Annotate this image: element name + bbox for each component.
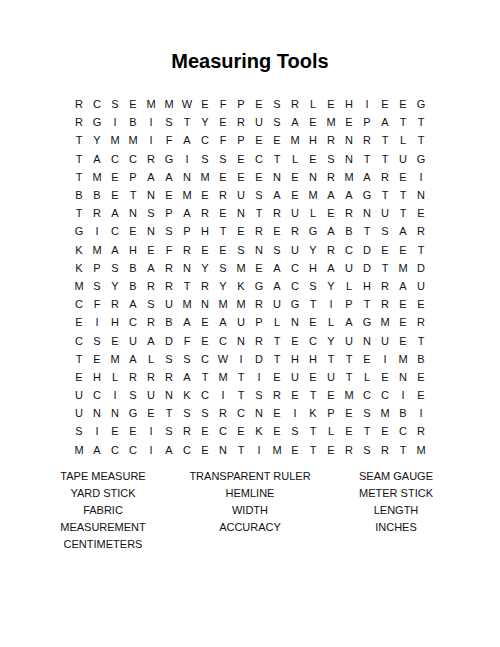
grid-cell-r17c20[interactable]: E — [412, 386, 430, 404]
grid-cell-r20c11[interactable]: I — [250, 441, 268, 459]
grid-cell-r14c10[interactable]: N — [232, 331, 250, 349]
grid-cell-r17c17[interactable]: C — [358, 386, 376, 404]
grid-cell-r15c15[interactable]: T — [322, 350, 340, 368]
grid-cell-r11c6[interactable]: R — [160, 277, 178, 295]
grid-cell-r19c16[interactable]: E — [340, 422, 358, 440]
grid-cell-r5c10[interactable]: E — [232, 168, 250, 186]
grid-cell-r11c10[interactable]: K — [232, 277, 250, 295]
grid-cell-r4c10[interactable]: E — [232, 150, 250, 168]
grid-cell-r4c7[interactable]: I — [178, 150, 196, 168]
grid-cell-r16c10[interactable]: T — [232, 368, 250, 386]
grid-cell-r3c13[interactable]: M — [286, 131, 304, 149]
grid-cell-r19c12[interactable]: E — [268, 422, 286, 440]
grid-cell-r20c9[interactable]: N — [214, 441, 232, 459]
grid-cell-r11c17[interactable]: H — [358, 277, 376, 295]
grid-cell-r5c6[interactable]: A — [160, 168, 178, 186]
grid-cell-r7c10[interactable]: N — [232, 204, 250, 222]
grid-cell-r13c11[interactable]: P — [250, 313, 268, 331]
grid-cell-r2c10[interactable]: R — [232, 113, 250, 131]
grid-cell-r12c1[interactable]: C — [70, 295, 88, 313]
grid-cell-r12c5[interactable]: S — [142, 295, 160, 313]
grid-cell-r14c11[interactable]: R — [250, 331, 268, 349]
grid-cell-r3c5[interactable]: I — [142, 131, 160, 149]
grid-cell-r18c19[interactable]: B — [394, 404, 412, 422]
grid-cell-r9c8[interactable]: E — [196, 241, 214, 259]
grid-cell-r13c18[interactable]: M — [376, 313, 394, 331]
grid-cell-r8c2[interactable]: I — [88, 222, 106, 240]
grid-cell-r14c4[interactable]: U — [124, 331, 142, 349]
grid-cell-r2c13[interactable]: A — [286, 113, 304, 131]
grid-cell-r6c9[interactable]: R — [214, 186, 232, 204]
grid-cell-r1c20[interactable]: G — [412, 95, 430, 113]
grid-cell-r1c10[interactable]: P — [232, 95, 250, 113]
grid-cell-r5c7[interactable]: N — [178, 168, 196, 186]
grid-cell-r19c1[interactable]: S — [70, 422, 88, 440]
grid-cell-r12c13[interactable]: G — [286, 295, 304, 313]
grid-cell-r15c6[interactable]: S — [160, 350, 178, 368]
grid-cell-r13c5[interactable]: R — [142, 313, 160, 331]
grid-cell-r1c1[interactable]: R — [70, 95, 88, 113]
grid-cell-r2c18[interactable]: A — [376, 113, 394, 131]
grid-cell-r2c20[interactable]: T — [412, 113, 430, 131]
grid-cell-r13c4[interactable]: C — [124, 313, 142, 331]
grid-cell-r5c13[interactable]: E — [286, 168, 304, 186]
grid-cell-r12c12[interactable]: U — [268, 295, 286, 313]
grid-cell-r6c13[interactable]: E — [286, 186, 304, 204]
grid-cell-r8c15[interactable]: A — [322, 222, 340, 240]
grid-cell-r18c1[interactable]: U — [70, 404, 88, 422]
grid-cell-r6c6[interactable]: E — [160, 186, 178, 204]
grid-cell-r1c12[interactable]: S — [268, 95, 286, 113]
grid-cell-r17c16[interactable]: M — [340, 386, 358, 404]
grid-cell-r10c18[interactable]: T — [376, 259, 394, 277]
grid-cell-r2c15[interactable]: M — [322, 113, 340, 131]
grid-cell-r17c15[interactable]: E — [322, 386, 340, 404]
grid-cell-r8c20[interactable]: R — [412, 222, 430, 240]
grid-cell-r18c11[interactable]: N — [250, 404, 268, 422]
grid-cell-r3c7[interactable]: A — [178, 131, 196, 149]
grid-cell-r7c15[interactable]: E — [322, 204, 340, 222]
grid-cell-r11c13[interactable]: C — [286, 277, 304, 295]
grid-cell-r19c17[interactable]: T — [358, 422, 376, 440]
grid-cell-r13c15[interactable]: L — [322, 313, 340, 331]
grid-cell-r19c9[interactable]: C — [214, 422, 232, 440]
grid-cell-r2c19[interactable]: T — [394, 113, 412, 131]
grid-cell-r4c20[interactable]: G — [412, 150, 430, 168]
grid-cell-r20c13[interactable]: E — [286, 441, 304, 459]
grid-cell-r1c5[interactable]: M — [142, 95, 160, 113]
grid-cell-r17c6[interactable]: N — [160, 386, 178, 404]
grid-cell-r1c11[interactable]: E — [250, 95, 268, 113]
grid-cell-r7c1[interactable]: T — [70, 204, 88, 222]
grid-cell-r1c3[interactable]: S — [106, 95, 124, 113]
grid-cell-r7c11[interactable]: T — [250, 204, 268, 222]
grid-cell-r18c6[interactable]: T — [160, 404, 178, 422]
grid-cell-r18c15[interactable]: P — [322, 404, 340, 422]
grid-cell-r8c6[interactable]: S — [160, 222, 178, 240]
grid-cell-r18c5[interactable]: E — [142, 404, 160, 422]
grid-cell-r7c16[interactable]: R — [340, 204, 358, 222]
grid-cell-r20c5[interactable]: I — [142, 441, 160, 459]
grid-cell-r5c16[interactable]: M — [340, 168, 358, 186]
grid-cell-r20c14[interactable]: T — [304, 441, 322, 459]
grid-cell-r3c4[interactable]: M — [124, 131, 142, 149]
grid-cell-r13c8[interactable]: E — [196, 313, 214, 331]
grid-cell-r9c5[interactable]: E — [142, 241, 160, 259]
grid-cell-r2c6[interactable]: S — [160, 113, 178, 131]
grid-cell-r12c18[interactable]: R — [376, 295, 394, 313]
grid-cell-r14c14[interactable]: C — [304, 331, 322, 349]
grid-cell-r13c10[interactable]: U — [232, 313, 250, 331]
grid-cell-r13c2[interactable]: I — [88, 313, 106, 331]
grid-cell-r11c12[interactable]: A — [268, 277, 286, 295]
grid-cell-r16c3[interactable]: L — [106, 368, 124, 386]
grid-cell-r4c18[interactable]: T — [376, 150, 394, 168]
grid-cell-r15c3[interactable]: M — [106, 350, 124, 368]
grid-cell-r17c9[interactable]: I — [214, 386, 232, 404]
grid-cell-r13c14[interactable]: E — [304, 313, 322, 331]
grid-cell-r9c6[interactable]: F — [160, 241, 178, 259]
grid-cell-r3c16[interactable]: N — [340, 131, 358, 149]
grid-cell-r3c14[interactable]: H — [304, 131, 322, 149]
grid-cell-r17c11[interactable]: S — [250, 386, 268, 404]
grid-cell-r18c20[interactable]: I — [412, 404, 430, 422]
grid-cell-r2c12[interactable]: S — [268, 113, 286, 131]
grid-cell-r5c9[interactable]: E — [214, 168, 232, 186]
grid-cell-r3c9[interactable]: F — [214, 131, 232, 149]
grid-cell-r15c7[interactable]: S — [178, 350, 196, 368]
grid-cell-r14c5[interactable]: A — [142, 331, 160, 349]
grid-cell-r6c20[interactable]: N — [412, 186, 430, 204]
grid-cell-r9c9[interactable]: E — [214, 241, 232, 259]
grid-cell-r1c14[interactable]: L — [304, 95, 322, 113]
grid-cell-r12c6[interactable]: U — [160, 295, 178, 313]
grid-cell-r12c10[interactable]: M — [232, 295, 250, 313]
grid-cell-r5c2[interactable]: M — [88, 168, 106, 186]
grid-cell-r14c12[interactable]: T — [268, 331, 286, 349]
grid-cell-r9c16[interactable]: C — [340, 241, 358, 259]
grid-cell-r10c12[interactable]: A — [268, 259, 286, 277]
grid-cell-r10c8[interactable]: Y — [196, 259, 214, 277]
grid-cell-r4c4[interactable]: C — [124, 150, 142, 168]
grid-cell-r19c4[interactable]: E — [124, 422, 142, 440]
grid-cell-r12c17[interactable]: T — [358, 295, 376, 313]
grid-cell-r12c11[interactable]: R — [250, 295, 268, 313]
grid-cell-r19c15[interactable]: L — [322, 422, 340, 440]
grid-cell-r9c2[interactable]: M — [88, 241, 106, 259]
grid-cell-r10c4[interactable]: B — [124, 259, 142, 277]
grid-cell-r13c16[interactable]: A — [340, 313, 358, 331]
grid-cell-r4c17[interactable]: T — [358, 150, 376, 168]
grid-cell-r4c1[interactable]: T — [70, 150, 88, 168]
grid-cell-r11c11[interactable]: G — [250, 277, 268, 295]
grid-cell-r7c14[interactable]: L — [304, 204, 322, 222]
grid-cell-r14c6[interactable]: D — [160, 331, 178, 349]
grid-cell-r10c7[interactable]: N — [178, 259, 196, 277]
grid-cell-r19c18[interactable]: E — [376, 422, 394, 440]
grid-cell-r13c7[interactable]: A — [178, 313, 196, 331]
grid-cell-r14c17[interactable]: N — [358, 331, 376, 349]
grid-cell-r4c14[interactable]: E — [304, 150, 322, 168]
grid-cell-r17c3[interactable]: I — [106, 386, 124, 404]
grid-cell-r20c20[interactable]: M — [412, 441, 430, 459]
grid-cell-r1c4[interactable]: E — [124, 95, 142, 113]
grid-cell-r6c10[interactable]: U — [232, 186, 250, 204]
grid-cell-r14c7[interactable]: F — [178, 331, 196, 349]
grid-cell-r11c16[interactable]: L — [340, 277, 358, 295]
grid-cell-r3c19[interactable]: L — [394, 131, 412, 149]
grid-cell-r18c14[interactable]: K — [304, 404, 322, 422]
grid-cell-r13c19[interactable]: E — [394, 313, 412, 331]
grid-cell-r10c2[interactable]: P — [88, 259, 106, 277]
grid-cell-r18c17[interactable]: S — [358, 404, 376, 422]
grid-cell-r17c14[interactable]: T — [304, 386, 322, 404]
grid-cell-r5c11[interactable]: E — [250, 168, 268, 186]
grid-cell-r2c16[interactable]: E — [340, 113, 358, 131]
grid-cell-r4c5[interactable]: R — [142, 150, 160, 168]
grid-cell-r6c11[interactable]: S — [250, 186, 268, 204]
grid-cell-r15c12[interactable]: T — [268, 350, 286, 368]
grid-cell-r9c14[interactable]: Y — [304, 241, 322, 259]
grid-cell-r16c13[interactable]: U — [286, 368, 304, 386]
grid-cell-r8c8[interactable]: H — [196, 222, 214, 240]
grid-cell-r15c1[interactable]: T — [70, 350, 88, 368]
grid-cell-r7c4[interactable]: N — [124, 204, 142, 222]
grid-cell-r9c18[interactable]: E — [376, 241, 394, 259]
grid-cell-r7c13[interactable]: U — [286, 204, 304, 222]
grid-cell-r16c5[interactable]: R — [142, 368, 160, 386]
grid-cell-r11c7[interactable]: T — [178, 277, 196, 295]
grid-cell-r20c19[interactable]: T — [394, 441, 412, 459]
grid-cell-r16c1[interactable]: E — [70, 368, 88, 386]
grid-cell-r18c16[interactable]: E — [340, 404, 358, 422]
grid-cell-r9c19[interactable]: E — [394, 241, 412, 259]
grid-cell-r13c1[interactable]: E — [70, 313, 88, 331]
grid-cell-r7c2[interactable]: R — [88, 204, 106, 222]
grid-cell-r7c12[interactable]: R — [268, 204, 286, 222]
grid-cell-r15c18[interactable]: I — [376, 350, 394, 368]
grid-cell-r20c12[interactable]: M — [268, 441, 286, 459]
grid-cell-r8c12[interactable]: E — [268, 222, 286, 240]
grid-cell-r9c1[interactable]: K — [70, 241, 88, 259]
grid-cell-r6c19[interactable]: T — [394, 186, 412, 204]
grid-cell-r6c17[interactable]: G — [358, 186, 376, 204]
grid-cell-r8c3[interactable]: C — [106, 222, 124, 240]
grid-cell-r14c13[interactable]: E — [286, 331, 304, 349]
grid-cell-r20c10[interactable]: T — [232, 441, 250, 459]
grid-cell-r10c10[interactable]: M — [232, 259, 250, 277]
grid-cell-r15c9[interactable]: W — [214, 350, 232, 368]
grid-cell-r1c17[interactable]: I — [358, 95, 376, 113]
grid-cell-r11c3[interactable]: Y — [106, 277, 124, 295]
grid-cell-r4c16[interactable]: N — [340, 150, 358, 168]
grid-cell-r5c3[interactable]: E — [106, 168, 124, 186]
grid-cell-r8c13[interactable]: R — [286, 222, 304, 240]
grid-cell-r15c20[interactable]: B — [412, 350, 430, 368]
grid-cell-r4c11[interactable]: C — [250, 150, 268, 168]
grid-cell-r1c6[interactable]: M — [160, 95, 178, 113]
grid-cell-r12c16[interactable]: P — [340, 295, 358, 313]
grid-cell-r14c3[interactable]: E — [106, 331, 124, 349]
grid-cell-r16c14[interactable]: E — [304, 368, 322, 386]
grid-cell-r18c7[interactable]: S — [178, 404, 196, 422]
grid-cell-r19c3[interactable]: E — [106, 422, 124, 440]
grid-cell-r13c9[interactable]: A — [214, 313, 232, 331]
grid-cell-r11c18[interactable]: R — [376, 277, 394, 295]
grid-cell-r15c10[interactable]: I — [232, 350, 250, 368]
grid-cell-r3c12[interactable]: E — [268, 131, 286, 149]
grid-cell-r16c19[interactable]: N — [394, 368, 412, 386]
grid-cell-r3c6[interactable]: F — [160, 131, 178, 149]
grid-cell-r20c4[interactable]: C — [124, 441, 142, 459]
grid-cell-r20c17[interactable]: S — [358, 441, 376, 459]
grid-cell-r8c9[interactable]: T — [214, 222, 232, 240]
grid-cell-r9c11[interactable]: N — [250, 241, 268, 259]
grid-cell-r3c17[interactable]: R — [358, 131, 376, 149]
grid-cell-r3c10[interactable]: P — [232, 131, 250, 149]
grid-cell-r8c16[interactable]: B — [340, 222, 358, 240]
grid-cell-r14c8[interactable]: E — [196, 331, 214, 349]
grid-cell-r8c11[interactable]: R — [250, 222, 268, 240]
grid-cell-r20c8[interactable]: E — [196, 441, 214, 459]
grid-cell-r13c13[interactable]: N — [286, 313, 304, 331]
grid-cell-r16c17[interactable]: L — [358, 368, 376, 386]
grid-cell-r4c3[interactable]: C — [106, 150, 124, 168]
grid-cell-r14c16[interactable]: U — [340, 331, 358, 349]
grid-cell-r20c7[interactable]: C — [178, 441, 196, 459]
grid-cell-r17c12[interactable]: R — [268, 386, 286, 404]
grid-cell-r1c19[interactable]: E — [394, 95, 412, 113]
grid-cell-r10c16[interactable]: U — [340, 259, 358, 277]
grid-cell-r10c6[interactable]: R — [160, 259, 178, 277]
grid-cell-r16c15[interactable]: U — [322, 368, 340, 386]
grid-cell-r11c2[interactable]: S — [88, 277, 106, 295]
grid-cell-r6c4[interactable]: T — [124, 186, 142, 204]
grid-cell-r12c20[interactable]: E — [412, 295, 430, 313]
grid-cell-r17c5[interactable]: U — [142, 386, 160, 404]
grid-cell-r18c12[interactable]: E — [268, 404, 286, 422]
grid-cell-r14c15[interactable]: Y — [322, 331, 340, 349]
grid-cell-r10c14[interactable]: H — [304, 259, 322, 277]
grid-cell-r5c19[interactable]: E — [394, 168, 412, 186]
grid-cell-r18c8[interactable]: S — [196, 404, 214, 422]
grid-cell-r16c11[interactable]: I — [250, 368, 268, 386]
grid-cell-r7c8[interactable]: R — [196, 204, 214, 222]
grid-cell-r19c19[interactable]: C — [394, 422, 412, 440]
grid-cell-r18c3[interactable]: N — [106, 404, 124, 422]
grid-cell-r6c2[interactable]: B — [88, 186, 106, 204]
grid-cell-r2c9[interactable]: E — [214, 113, 232, 131]
grid-cell-r15c16[interactable]: T — [340, 350, 358, 368]
grid-cell-r13c12[interactable]: L — [268, 313, 286, 331]
grid-cell-r5c12[interactable]: N — [268, 168, 286, 186]
grid-cell-r10c15[interactable]: A — [322, 259, 340, 277]
grid-cell-r6c18[interactable]: T — [376, 186, 394, 204]
grid-cell-r2c5[interactable]: I — [142, 113, 160, 131]
grid-cell-r12c8[interactable]: N — [196, 295, 214, 313]
grid-cell-r15c17[interactable]: E — [358, 350, 376, 368]
grid-cell-r9c7[interactable]: R — [178, 241, 196, 259]
grid-cell-r19c6[interactable]: S — [160, 422, 178, 440]
grid-cell-r2c4[interactable]: B — [124, 113, 142, 131]
grid-cell-r3c3[interactable]: M — [106, 131, 124, 149]
grid-cell-r7c18[interactable]: U — [376, 204, 394, 222]
grid-cell-r18c2[interactable]: N — [88, 404, 106, 422]
grid-cell-r15c5[interactable]: L — [142, 350, 160, 368]
grid-cell-r9c15[interactable]: R — [322, 241, 340, 259]
grid-cell-r5c18[interactable]: R — [376, 168, 394, 186]
grid-cell-r5c4[interactable]: P — [124, 168, 142, 186]
grid-cell-r4c8[interactable]: S — [196, 150, 214, 168]
grid-cell-r13c20[interactable]: R — [412, 313, 430, 331]
grid-cell-r18c4[interactable]: G — [124, 404, 142, 422]
grid-cell-r17c4[interactable]: S — [124, 386, 142, 404]
grid-cell-r9c13[interactable]: U — [286, 241, 304, 259]
grid-cell-r10c3[interactable]: S — [106, 259, 124, 277]
grid-cell-r18c13[interactable]: I — [286, 404, 304, 422]
grid-cell-r10c20[interactable]: D — [412, 259, 430, 277]
grid-cell-r15c14[interactable]: H — [304, 350, 322, 368]
grid-cell-r10c9[interactable]: S — [214, 259, 232, 277]
grid-cell-r16c16[interactable]: T — [340, 368, 358, 386]
grid-cell-r8c17[interactable]: T — [358, 222, 376, 240]
grid-cell-r11c5[interactable]: R — [142, 277, 160, 295]
grid-cell-r8c19[interactable]: A — [394, 222, 412, 240]
grid-cell-r3c18[interactable]: T — [376, 131, 394, 149]
grid-cell-r20c1[interactable]: M — [70, 441, 88, 459]
grid-cell-r2c2[interactable]: G — [88, 113, 106, 131]
grid-cell-r19c7[interactable]: R — [178, 422, 196, 440]
grid-cell-r4c15[interactable]: S — [322, 150, 340, 168]
grid-cell-r17c18[interactable]: C — [376, 386, 394, 404]
grid-cell-r5c20[interactable]: I — [412, 168, 430, 186]
grid-cell-r20c2[interactable]: A — [88, 441, 106, 459]
grid-cell-r18c10[interactable]: C — [232, 404, 250, 422]
grid-cell-r16c20[interactable]: E — [412, 368, 430, 386]
grid-cell-r9c12[interactable]: S — [268, 241, 286, 259]
grid-cell-r2c7[interactable]: T — [178, 113, 196, 131]
grid-cell-r4c12[interactable]: T — [268, 150, 286, 168]
grid-cell-r6c16[interactable]: A — [340, 186, 358, 204]
grid-cell-r20c3[interactable]: C — [106, 441, 124, 459]
grid-cell-r20c16[interactable]: R — [340, 441, 358, 459]
grid-cell-r1c18[interactable]: E — [376, 95, 394, 113]
grid-cell-r7c20[interactable]: E — [412, 204, 430, 222]
grid-cell-r8c14[interactable]: G — [304, 222, 322, 240]
grid-cell-r20c6[interactable]: A — [160, 441, 178, 459]
grid-cell-r1c9[interactable]: F — [214, 95, 232, 113]
grid-cell-r6c1[interactable]: B — [70, 186, 88, 204]
grid-cell-r3c11[interactable]: E — [250, 131, 268, 149]
grid-cell-r12c19[interactable]: E — [394, 295, 412, 313]
grid-cell-r2c17[interactable]: P — [358, 113, 376, 131]
grid-cell-r6c5[interactable]: N — [142, 186, 160, 204]
grid-cell-r10c19[interactable]: M — [394, 259, 412, 277]
grid-cell-r12c3[interactable]: R — [106, 295, 124, 313]
grid-cell-r1c15[interactable]: E — [322, 95, 340, 113]
grid-cell-r8c1[interactable]: G — [70, 222, 88, 240]
grid-cell-r10c1[interactable]: K — [70, 259, 88, 277]
grid-cell-r2c14[interactable]: E — [304, 113, 322, 131]
grid-cell-r15c19[interactable]: M — [394, 350, 412, 368]
grid-cell-r7c6[interactable]: P — [160, 204, 178, 222]
grid-cell-r9c10[interactable]: S — [232, 241, 250, 259]
grid-cell-r8c4[interactable]: E — [124, 222, 142, 240]
grid-cell-r2c3[interactable]: I — [106, 113, 124, 131]
grid-cell-r15c2[interactable]: E — [88, 350, 106, 368]
grid-cell-r16c6[interactable]: R — [160, 368, 178, 386]
grid-cell-r19c2[interactable]: I — [88, 422, 106, 440]
